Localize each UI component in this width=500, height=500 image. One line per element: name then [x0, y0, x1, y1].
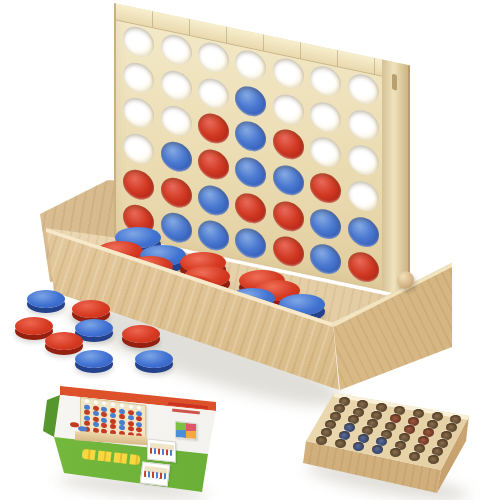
board-cell-r6c4: ●: [232, 222, 269, 265]
red-disc: ●: [198, 111, 229, 147]
blue-disc: ●: [198, 218, 229, 254]
empty-hole: [348, 178, 379, 214]
empty-hole: [273, 91, 304, 127]
red-disc: ●: [273, 234, 304, 270]
empty-hole: [123, 24, 154, 60]
empty-hole: [348, 143, 379, 179]
blue-disc: ●: [310, 206, 341, 242]
red-disc: ●: [273, 198, 304, 234]
flat-box-hole: [316, 436, 327, 445]
blue-disc: ●: [161, 139, 192, 175]
empty-hole: [310, 64, 341, 100]
blue-disc: ●: [273, 163, 304, 199]
empty-hole: [310, 135, 341, 171]
empty-hole: [310, 99, 341, 135]
board-cell-r6c5: ●: [270, 230, 307, 273]
empty-hole: [161, 68, 192, 104]
empty-hole: [161, 103, 192, 139]
blue-disc: [27, 290, 65, 308]
blue-disc: ●: [235, 226, 266, 262]
flat-box-hole: [409, 452, 420, 461]
red-disc: ●: [310, 170, 341, 206]
blue-disc: [75, 319, 113, 337]
red-disc: [45, 332, 83, 350]
red-disc: ●: [123, 167, 154, 203]
red-disc: ●: [161, 174, 192, 210]
empty-hole: [348, 107, 379, 143]
red-disc: [122, 325, 160, 343]
blue-disc: ●: [310, 242, 341, 278]
board-cell-r6c7: ●: [344, 246, 381, 289]
product-photo-scene: ●●●●●●●●●●●●●●●●●●●●●●●: [0, 0, 500, 500]
empty-hole: [235, 48, 266, 84]
blue-disc: ●: [198, 182, 229, 218]
blue-disc: ●: [161, 210, 192, 246]
board-cell-r6c2: ●: [157, 206, 194, 249]
red-disc: ●: [348, 249, 379, 285]
board-cell-r6c3: ●: [195, 214, 232, 257]
red-disc: ●: [235, 190, 266, 226]
empty-hole: [123, 60, 154, 96]
board-endcap-slot: [392, 74, 397, 91]
box-thumbnail-game: [147, 438, 176, 462]
blue-disc: ●: [235, 119, 266, 155]
tray-knob: [397, 271, 414, 289]
empty-hole: [123, 131, 154, 167]
blue-disc: [135, 350, 173, 368]
empty-hole: [348, 72, 379, 108]
red-disc: [72, 300, 110, 318]
red-disc: ●: [198, 147, 229, 183]
box-front-thumbnail: [140, 461, 170, 486]
flat-box-hole: [335, 439, 346, 448]
blue-disc: ●: [235, 83, 266, 119]
blue-disc: [75, 350, 113, 368]
red-disc: [15, 317, 53, 335]
empty-hole: [273, 56, 304, 92]
board-cell-r6c6: ●: [307, 238, 344, 281]
empty-hole: [123, 95, 154, 131]
red-disc: ●: [273, 127, 304, 163]
box-printed-game-image: [74, 394, 152, 452]
board-right-endcap: [382, 59, 410, 296]
box-thumbnail-toy: [175, 421, 197, 440]
empty-hole: [161, 32, 192, 68]
blue-disc: ●: [235, 155, 266, 191]
blue-disc: ●: [348, 214, 379, 250]
empty-hole: [198, 40, 229, 76]
flat-box-hole: [428, 455, 439, 464]
empty-hole: [198, 76, 229, 112]
